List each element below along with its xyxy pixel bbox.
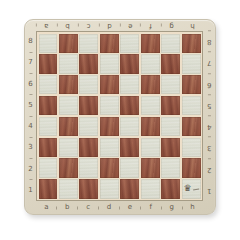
coordinate-label: 4: [207, 116, 211, 137]
square-c4[interactable]: [79, 117, 98, 136]
square-b8[interactable]: [59, 34, 78, 53]
square-c7[interactable]: [79, 54, 98, 73]
coordinate-label: d: [99, 204, 120, 211]
squares-grid: ♛: [39, 34, 201, 199]
coordinate-label: b: [57, 204, 78, 211]
file-labels-top: abcdefgh: [36, 20, 203, 31]
square-e2[interactable]: [120, 158, 139, 177]
rank-labels-right: 87654321: [203, 31, 215, 201]
square-d5[interactable]: [100, 96, 119, 115]
square-e8[interactable]: [120, 34, 139, 53]
square-h3[interactable]: [182, 138, 201, 157]
square-d8[interactable]: [100, 34, 119, 53]
coordinate-label: 8: [28, 31, 32, 52]
square-c3[interactable]: [79, 138, 98, 157]
coordinate-label: 5: [207, 95, 211, 116]
square-b6[interactable]: [59, 75, 78, 94]
product-photo: abcdefgh abcdefgh 87654321 87654321 ♛: [0, 0, 240, 240]
coordinate-label: 3: [207, 137, 211, 158]
square-b2[interactable]: [59, 158, 78, 177]
square-f3[interactable]: [141, 138, 160, 157]
square-a3[interactable]: [39, 138, 58, 157]
coordinate-label: 1: [28, 180, 32, 201]
square-h7[interactable]: [182, 54, 201, 73]
logo-text-mark: [192, 185, 198, 190]
square-e5[interactable]: [120, 96, 139, 115]
coordinate-label: f: [140, 204, 161, 211]
rank-labels-left: 87654321: [25, 31, 36, 201]
square-e7[interactable]: [120, 54, 139, 73]
square-f5[interactable]: [141, 96, 160, 115]
coordinate-label: a: [36, 204, 57, 211]
square-a2[interactable]: [39, 158, 58, 177]
crown-logo: ♛: [182, 179, 201, 198]
coordinate-label: 6: [207, 74, 211, 95]
square-g8[interactable]: [161, 34, 180, 53]
square-a8[interactable]: [39, 34, 58, 53]
coordinate-label: b: [57, 22, 78, 29]
coordinate-label: 3: [28, 137, 32, 158]
coordinate-label: c: [78, 204, 99, 211]
square-d2[interactable]: [100, 158, 119, 177]
coordinate-label: 1: [207, 180, 211, 201]
file-labels-bottom: abcdefgh: [36, 201, 203, 214]
square-f1[interactable]: [141, 179, 160, 198]
square-e1[interactable]: [120, 179, 139, 198]
square-g7[interactable]: [161, 54, 180, 73]
square-e3[interactable]: [120, 138, 139, 157]
chess-board: abcdefgh abcdefgh 87654321 87654321 ♛: [24, 19, 216, 215]
square-b4[interactable]: [59, 117, 78, 136]
coordinate-label: g: [161, 204, 182, 211]
coordinate-label: e: [120, 204, 141, 211]
square-c1[interactable]: [79, 179, 98, 198]
coordinate-label: 7: [28, 52, 32, 73]
square-g5[interactable]: [161, 96, 180, 115]
square-a4[interactable]: [39, 117, 58, 136]
square-h8[interactable]: [182, 34, 201, 53]
square-a7[interactable]: [39, 54, 58, 73]
coordinate-label: 6: [28, 74, 32, 95]
square-b7[interactable]: [59, 54, 78, 73]
square-h2[interactable]: [182, 158, 201, 177]
square-d1[interactable]: [100, 179, 119, 198]
square-f6[interactable]: [141, 75, 160, 94]
square-c2[interactable]: [79, 158, 98, 177]
coordinate-label: f: [140, 22, 161, 29]
square-h5[interactable]: [182, 96, 201, 115]
coordinate-label: 5: [28, 95, 32, 116]
square-c5[interactable]: [79, 96, 98, 115]
coordinate-label: 8: [207, 31, 211, 52]
crown-icon: ♛: [183, 184, 191, 193]
square-g6[interactable]: [161, 75, 180, 94]
square-h6[interactable]: [182, 75, 201, 94]
square-a5[interactable]: [39, 96, 58, 115]
square-d6[interactable]: [100, 75, 119, 94]
coordinate-label: c: [78, 22, 99, 29]
square-d4[interactable]: [100, 117, 119, 136]
square-f4[interactable]: [141, 117, 160, 136]
square-a1[interactable]: [39, 179, 58, 198]
square-a6[interactable]: [39, 75, 58, 94]
square-f8[interactable]: [141, 34, 160, 53]
coordinate-label: d: [99, 22, 120, 29]
square-b5[interactable]: [59, 96, 78, 115]
square-d7[interactable]: [100, 54, 119, 73]
coordinate-label: h: [182, 204, 203, 211]
playfield: ♛: [36, 31, 203, 201]
square-e6[interactable]: [120, 75, 139, 94]
square-f7[interactable]: [141, 54, 160, 73]
square-c8[interactable]: [79, 34, 98, 53]
square-c6[interactable]: [79, 75, 98, 94]
coordinate-label: h: [182, 22, 203, 29]
square-f2[interactable]: [141, 158, 160, 177]
square-h1[interactable]: ♛: [182, 179, 201, 198]
square-h4[interactable]: [182, 117, 201, 136]
coordinate-label: 7: [207, 52, 211, 73]
square-g4[interactable]: [161, 117, 180, 136]
square-d3[interactable]: [100, 138, 119, 157]
square-g3[interactable]: [161, 138, 180, 157]
square-g2[interactable]: [161, 158, 180, 177]
square-e4[interactable]: [120, 117, 139, 136]
coordinate-label: 2: [207, 159, 211, 180]
square-b1[interactable]: [59, 179, 78, 198]
square-g1[interactable]: [161, 179, 180, 198]
coordinate-label: 4: [28, 116, 32, 137]
coordinate-label: e: [120, 22, 141, 29]
coordinate-label: a: [36, 22, 57, 29]
coordinate-label: g: [161, 22, 182, 29]
square-b3[interactable]: [59, 138, 78, 157]
coordinate-label: 2: [28, 159, 32, 180]
